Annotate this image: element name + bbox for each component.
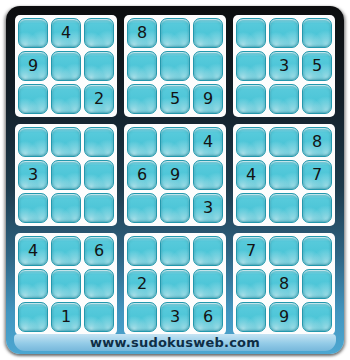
- cell-r7c2[interactable]: [51, 236, 81, 266]
- cell-r5c5[interactable]: 9: [160, 160, 190, 190]
- cell-r9c2[interactable]: 1: [51, 302, 81, 332]
- cell-r9c1[interactable]: [18, 302, 48, 332]
- cell-r2c4[interactable]: [127, 51, 157, 81]
- cell-r6c5[interactable]: [160, 193, 190, 223]
- cell-r2c7[interactable]: [236, 51, 266, 81]
- sudoku-grid: 4928593534693847461236789: [15, 15, 335, 335]
- cell-r5c6[interactable]: [193, 160, 223, 190]
- cell-r3c9[interactable]: [302, 84, 332, 114]
- cell-r4c4[interactable]: [127, 127, 157, 157]
- cell-r7c4[interactable]: [127, 236, 157, 266]
- cell-r5c2[interactable]: [51, 160, 81, 190]
- cell-r5c4[interactable]: 6: [127, 160, 157, 190]
- box-1-1: 492: [15, 15, 117, 117]
- website-link[interactable]: www.sudokusweb.com: [90, 335, 260, 350]
- cell-r8c1[interactable]: [18, 269, 48, 299]
- cell-r2c6[interactable]: [193, 51, 223, 81]
- cell-r3c8[interactable]: [269, 84, 299, 114]
- cell-r3c4[interactable]: [127, 84, 157, 114]
- cell-r9c8[interactable]: 9: [269, 302, 299, 332]
- cell-r5c8[interactable]: [269, 160, 299, 190]
- cell-r5c1[interactable]: 3: [18, 160, 48, 190]
- cell-r4c5[interactable]: [160, 127, 190, 157]
- box-2-3: 847: [233, 124, 335, 226]
- cell-r1c4[interactable]: 8: [127, 18, 157, 48]
- cell-r3c5[interactable]: 5: [160, 84, 190, 114]
- cell-r1c6[interactable]: [193, 18, 223, 48]
- box-2-2: 4693: [124, 124, 226, 226]
- cell-r2c8[interactable]: 3: [269, 51, 299, 81]
- cell-r4c9[interactable]: 8: [302, 127, 332, 157]
- sudoku-board: 4928593534693847461236789 www.sudokusweb…: [6, 6, 344, 354]
- cell-r4c2[interactable]: [51, 127, 81, 157]
- cell-r3c1[interactable]: [18, 84, 48, 114]
- cell-r8c2[interactable]: [51, 269, 81, 299]
- cell-r2c2[interactable]: [51, 51, 81, 81]
- cell-r8c3[interactable]: [84, 269, 114, 299]
- cell-r8c7[interactable]: [236, 269, 266, 299]
- box-1-2: 859: [124, 15, 226, 117]
- cell-r6c2[interactable]: [51, 193, 81, 223]
- cell-r5c9[interactable]: 7: [302, 160, 332, 190]
- box-3-3: 789: [233, 233, 335, 335]
- cell-r1c9[interactable]: [302, 18, 332, 48]
- cell-r2c1[interactable]: 9: [18, 51, 48, 81]
- cell-r1c5[interactable]: [160, 18, 190, 48]
- cell-r1c3[interactable]: [84, 18, 114, 48]
- cell-r5c3[interactable]: [84, 160, 114, 190]
- cell-r4c3[interactable]: [84, 127, 114, 157]
- cell-r6c8[interactable]: [269, 193, 299, 223]
- cell-r7c1[interactable]: 4: [18, 236, 48, 266]
- cell-r7c8[interactable]: [269, 236, 299, 266]
- cell-r1c1[interactable]: [18, 18, 48, 48]
- cell-r7c6[interactable]: [193, 236, 223, 266]
- box-1-3: 35: [233, 15, 335, 117]
- cell-r2c9[interactable]: 5: [302, 51, 332, 81]
- cell-r9c4[interactable]: [127, 302, 157, 332]
- cell-r1c2[interactable]: 4: [51, 18, 81, 48]
- cell-r7c7[interactable]: 7: [236, 236, 266, 266]
- cell-r6c4[interactable]: [127, 193, 157, 223]
- cell-r1c7[interactable]: [236, 18, 266, 48]
- cell-r2c3[interactable]: [84, 51, 114, 81]
- cell-r2c5[interactable]: [160, 51, 190, 81]
- cell-r3c3[interactable]: 2: [84, 84, 114, 114]
- cell-r7c9[interactable]: [302, 236, 332, 266]
- cell-r1c8[interactable]: [269, 18, 299, 48]
- cell-r8c4[interactable]: 2: [127, 269, 157, 299]
- box-2-1: 3: [15, 124, 117, 226]
- cell-r6c1[interactable]: [18, 193, 48, 223]
- cell-r3c7[interactable]: [236, 84, 266, 114]
- cell-r5c7[interactable]: 4: [236, 160, 266, 190]
- cell-r9c5[interactable]: 3: [160, 302, 190, 332]
- cell-r9c7[interactable]: [236, 302, 266, 332]
- cell-r9c9[interactable]: [302, 302, 332, 332]
- box-3-2: 236: [124, 233, 226, 335]
- cell-r4c6[interactable]: 4: [193, 127, 223, 157]
- cell-r3c2[interactable]: [51, 84, 81, 114]
- cell-r3c6[interactable]: 9: [193, 84, 223, 114]
- cell-r7c3[interactable]: 6: [84, 236, 114, 266]
- cell-r8c9[interactable]: [302, 269, 332, 299]
- cell-r4c7[interactable]: [236, 127, 266, 157]
- cell-r8c8[interactable]: 8: [269, 269, 299, 299]
- cell-r8c5[interactable]: [160, 269, 190, 299]
- cell-r6c9[interactable]: [302, 193, 332, 223]
- cell-r8c6[interactable]: [193, 269, 223, 299]
- cell-r6c6[interactable]: 3: [193, 193, 223, 223]
- cell-r7c5[interactable]: [160, 236, 190, 266]
- cell-r4c8[interactable]: [269, 127, 299, 157]
- cell-r4c1[interactable]: [18, 127, 48, 157]
- cell-r6c3[interactable]: [84, 193, 114, 223]
- cell-r9c6[interactable]: 6: [193, 302, 223, 332]
- cell-r6c7[interactable]: [236, 193, 266, 223]
- footer-bar: www.sudokusweb.com: [14, 334, 336, 351]
- box-3-1: 461: [15, 233, 117, 335]
- cell-r9c3[interactable]: [84, 302, 114, 332]
